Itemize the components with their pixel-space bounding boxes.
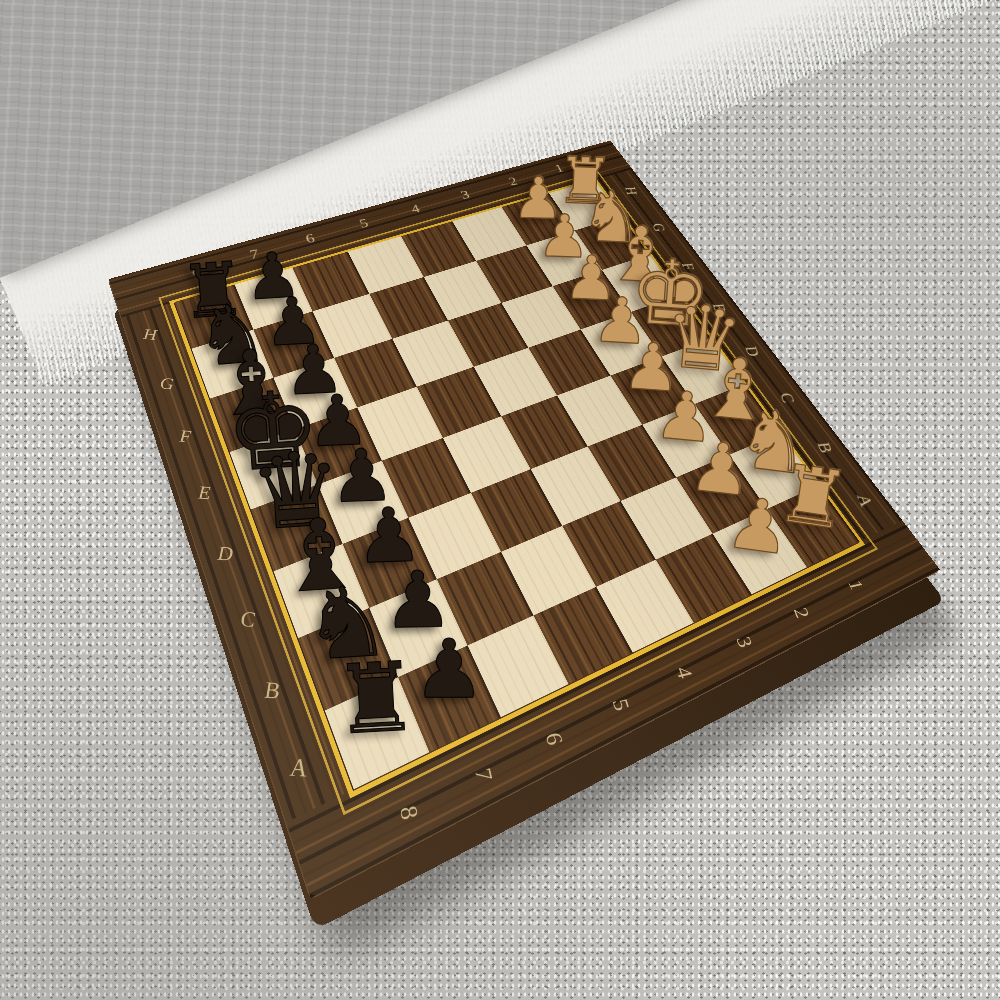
piece-black-rook-a8[interactable]: ♜ (331, 649, 421, 749)
piece-black-pawn-a7[interactable]: ♟ (412, 629, 485, 710)
piece-white-pawn-a2[interactable]: ♟ (723, 486, 796, 566)
